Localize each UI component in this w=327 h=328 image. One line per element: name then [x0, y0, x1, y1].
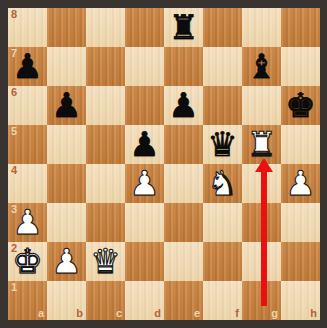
square-b8[interactable] — [47, 8, 86, 47]
square-a2[interactable]: 2♚ — [8, 242, 47, 281]
black-pawn-a7[interactable]: ♟ — [12, 47, 42, 86]
square-f8[interactable] — [203, 8, 242, 47]
black-king-h6[interactable]: ♚ — [285, 86, 315, 125]
square-a8[interactable]: 8 — [8, 8, 47, 47]
rank-label-4: 4 — [11, 164, 17, 177]
square-h6[interactable]: ♚ — [281, 86, 320, 125]
square-g6[interactable] — [242, 86, 281, 125]
square-c6[interactable] — [86, 86, 125, 125]
square-h8[interactable] — [281, 8, 320, 47]
square-g8[interactable] — [242, 8, 281, 47]
file-label-e: e — [194, 307, 200, 320]
square-d8[interactable] — [125, 8, 164, 47]
square-h4[interactable]: ♟ — [281, 164, 320, 203]
square-a5[interactable]: 5 — [8, 125, 47, 164]
chess-board-frame: 8♜7♟♝6♟♟♚5♟♛♜4♟♞♟3♟2♚♟♛1abcdefgh — [0, 0, 327, 328]
file-label-g: g — [271, 307, 278, 320]
square-f1[interactable]: f — [203, 281, 242, 320]
white-pawn-b2[interactable]: ♟ — [51, 242, 81, 281]
square-b3[interactable] — [47, 203, 86, 242]
black-pawn-d5[interactable]: ♟ — [129, 125, 159, 164]
square-d1[interactable]: d — [125, 281, 164, 320]
move-arrow-head-icon — [255, 158, 273, 172]
black-queen-f5[interactable]: ♛ — [207, 125, 237, 164]
rank-label-1: 1 — [11, 281, 17, 294]
square-f4[interactable]: ♞ — [203, 164, 242, 203]
square-b6[interactable]: ♟ — [47, 86, 86, 125]
rank-label-8: 8 — [11, 8, 17, 21]
square-c2[interactable]: ♛ — [86, 242, 125, 281]
rank-label-6: 6 — [11, 86, 17, 99]
white-pawn-h4[interactable]: ♟ — [285, 164, 315, 203]
square-e1[interactable]: e — [164, 281, 203, 320]
square-f7[interactable] — [203, 47, 242, 86]
square-d4[interactable]: ♟ — [125, 164, 164, 203]
square-c1[interactable]: c — [86, 281, 125, 320]
square-c3[interactable] — [86, 203, 125, 242]
square-d3[interactable] — [125, 203, 164, 242]
square-b4[interactable] — [47, 164, 86, 203]
square-b7[interactable] — [47, 47, 86, 86]
square-g7[interactable]: ♝ — [242, 47, 281, 86]
white-king-a2[interactable]: ♚ — [12, 242, 42, 281]
white-queen-c2[interactable]: ♛ — [90, 242, 120, 281]
square-d5[interactable]: ♟ — [125, 125, 164, 164]
square-e7[interactable] — [164, 47, 203, 86]
square-c4[interactable] — [86, 164, 125, 203]
black-pawn-b6[interactable]: ♟ — [51, 86, 81, 125]
square-c5[interactable] — [86, 125, 125, 164]
square-a1[interactable]: 1a — [8, 281, 47, 320]
square-a4[interactable]: 4 — [8, 164, 47, 203]
square-d2[interactable] — [125, 242, 164, 281]
square-a6[interactable]: 6 — [8, 86, 47, 125]
square-c7[interactable] — [86, 47, 125, 86]
square-f5[interactable]: ♛ — [203, 125, 242, 164]
rank-label-5: 5 — [11, 125, 17, 138]
square-e8[interactable]: ♜ — [164, 8, 203, 47]
chess-board: 8♜7♟♝6♟♟♚5♟♛♜4♟♞♟3♟2♚♟♛1abcdefgh — [8, 8, 320, 320]
square-a3[interactable]: 3♟ — [8, 203, 47, 242]
file-label-c: c — [116, 307, 122, 320]
white-knight-f4[interactable]: ♞ — [207, 164, 237, 203]
square-c8[interactable] — [86, 8, 125, 47]
file-label-b: b — [76, 307, 83, 320]
square-h2[interactable] — [281, 242, 320, 281]
black-pawn-e6[interactable]: ♟ — [168, 86, 198, 125]
square-h3[interactable] — [281, 203, 320, 242]
black-bishop-g7[interactable]: ♝ — [246, 47, 276, 86]
square-h7[interactable] — [281, 47, 320, 86]
move-arrow-shaft — [261, 171, 267, 306]
square-f6[interactable] — [203, 86, 242, 125]
file-label-f: f — [235, 307, 239, 320]
square-d7[interactable] — [125, 47, 164, 86]
square-e4[interactable] — [164, 164, 203, 203]
file-label-a: a — [38, 307, 44, 320]
white-pawn-d4[interactable]: ♟ — [129, 164, 159, 203]
square-e6[interactable]: ♟ — [164, 86, 203, 125]
file-label-d: d — [154, 307, 161, 320]
square-d6[interactable] — [125, 86, 164, 125]
square-f3[interactable] — [203, 203, 242, 242]
square-a7[interactable]: 7♟ — [8, 47, 47, 86]
square-h5[interactable] — [281, 125, 320, 164]
square-b2[interactable]: ♟ — [47, 242, 86, 281]
white-pawn-a3[interactable]: ♟ — [12, 203, 42, 242]
square-e5[interactable] — [164, 125, 203, 164]
square-b5[interactable] — [47, 125, 86, 164]
square-b1[interactable]: b — [47, 281, 86, 320]
square-h1[interactable]: h — [281, 281, 320, 320]
square-e2[interactable] — [164, 242, 203, 281]
square-e3[interactable] — [164, 203, 203, 242]
file-label-h: h — [310, 307, 317, 320]
square-f2[interactable] — [203, 242, 242, 281]
black-rook-e8[interactable]: ♜ — [168, 8, 198, 47]
